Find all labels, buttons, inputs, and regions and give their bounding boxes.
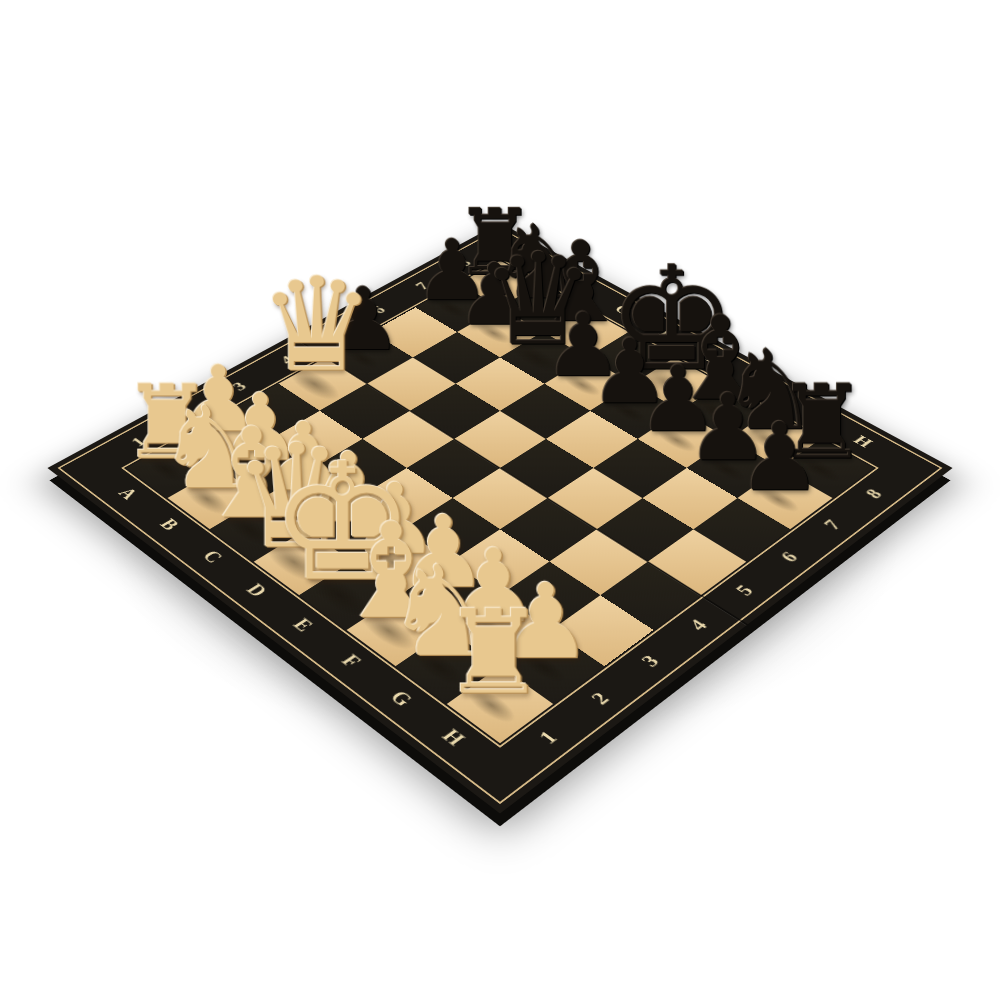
scene-3d: ♜♞♝♚♝♞♜♟♟♛♟♟♟♟♟♟♛♟♟♟♟♟♟♟♟♜♞♝♛♚♝♞♜ 88AA77… [0,0,1000,1000]
playing-area: ♜♞♝♚♝♞♜♟♟♛♟♟♟♟♟♟♛♟♟♟♟♟♟♟♟♜♞♝♛♚♝♞♜ [127,260,874,743]
board-face: ♜♞♝♚♝♞♜♟♟♛♟♟♟♟♟♟♛♟♟♟♟♟♟♟♟♜♞♝♛♚♝♞♜ 88AA77… [47,223,952,814]
product-photo-stage: ♜♞♝♚♝♞♜♟♟♛♟♟♟♟♟♟♛♟♟♟♟♟♟♟♟♜♞♝♛♚♝♞♜ 88AA77… [0,0,1000,1000]
black-pawn-h7: ♟ [738,413,822,502]
chess-board: ♜♞♝♚♝♞♜♟♟♛♟♟♟♟♟♟♛♟♟♟♟♟♟♟♟♜♞♝♛♚♝♞♜ 88AA77… [47,223,952,814]
white-queen-a4: ♛ [259,264,375,387]
white-rook-h1: ♜ [441,598,545,709]
